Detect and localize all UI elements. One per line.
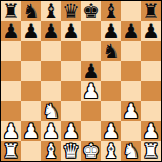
- square-h7[interactable]: ♟: [141, 21, 161, 41]
- square-a3[interactable]: [1, 101, 21, 121]
- square-d8[interactable]: ♛: [61, 1, 81, 21]
- square-d7[interactable]: ♟: [61, 21, 81, 41]
- black-pawn-icon[interactable]: ♟: [22, 21, 40, 41]
- black-pawn-icon[interactable]: ♟: [62, 21, 80, 41]
- square-a8[interactable]: ♜: [1, 1, 21, 21]
- square-a6[interactable]: [1, 41, 21, 61]
- square-c1[interactable]: ♝: [41, 141, 61, 161]
- black-pawn-icon[interactable]: ♟: [2, 21, 20, 41]
- white-queen-icon[interactable]: ♛: [62, 141, 80, 161]
- square-e4[interactable]: ♟: [81, 81, 101, 101]
- white-king-icon[interactable]: ♚: [82, 141, 100, 161]
- square-h3[interactable]: [141, 101, 161, 121]
- black-rook-icon[interactable]: ♜: [142, 1, 160, 21]
- square-d1[interactable]: ♛: [61, 141, 81, 161]
- square-h4[interactable]: [141, 81, 161, 101]
- square-b6[interactable]: [21, 41, 41, 61]
- white-pawn-icon[interactable]: ♟: [82, 81, 100, 101]
- square-g3[interactable]: ♟: [121, 101, 141, 121]
- square-a1[interactable]: ♜: [1, 141, 21, 161]
- black-pawn-icon[interactable]: ♟: [122, 21, 140, 41]
- white-bishop-icon[interactable]: ♝: [102, 141, 120, 161]
- square-d6[interactable]: [61, 41, 81, 61]
- square-e1[interactable]: ♚: [81, 141, 101, 161]
- square-c2[interactable]: ♟: [41, 121, 61, 141]
- black-bishop-icon[interactable]: ♝: [42, 1, 60, 21]
- square-c8[interactable]: ♝: [41, 1, 61, 21]
- square-e5[interactable]: ♟: [81, 61, 101, 81]
- square-h6[interactable]: [141, 41, 161, 61]
- square-d2[interactable]: ♟: [61, 121, 81, 141]
- black-queen-icon[interactable]: ♛: [62, 1, 80, 21]
- square-a7[interactable]: ♟: [1, 21, 21, 41]
- square-d5[interactable]: [61, 61, 81, 81]
- square-b8[interactable]: ♞: [21, 1, 41, 21]
- black-pawn-icon[interactable]: ♟: [42, 21, 60, 41]
- white-pawn-icon[interactable]: ♟: [42, 121, 60, 141]
- white-pawn-icon[interactable]: ♟: [62, 121, 80, 141]
- square-a4[interactable]: [1, 81, 21, 101]
- square-a5[interactable]: [1, 61, 21, 81]
- black-king-icon[interactable]: ♚: [82, 1, 100, 21]
- square-a2[interactable]: ♟: [1, 121, 21, 141]
- square-f7[interactable]: ♟: [101, 21, 121, 41]
- black-knight-icon[interactable]: ♞: [102, 41, 120, 61]
- square-f1[interactable]: ♝: [101, 141, 121, 161]
- square-h1[interactable]: ♜: [141, 141, 161, 161]
- white-pawn-icon[interactable]: ♟: [22, 121, 40, 141]
- square-f6[interactable]: ♞: [101, 41, 121, 61]
- square-f2[interactable]: ♟: [101, 121, 121, 141]
- white-knight-icon[interactable]: ♞: [122, 141, 140, 161]
- square-c3[interactable]: ♞: [41, 101, 61, 121]
- square-c6[interactable]: [41, 41, 61, 61]
- square-e8[interactable]: ♚: [81, 1, 101, 21]
- square-b3[interactable]: [21, 101, 41, 121]
- square-f4[interactable]: [101, 81, 121, 101]
- square-e6[interactable]: [81, 41, 101, 61]
- square-g8[interactable]: [121, 1, 141, 21]
- square-g7[interactable]: ♟: [121, 21, 141, 41]
- square-g2[interactable]: [121, 121, 141, 141]
- white-pawn-icon[interactable]: ♟: [2, 121, 20, 141]
- black-pawn-icon[interactable]: ♟: [102, 21, 120, 41]
- black-pawn-icon[interactable]: ♟: [142, 21, 160, 41]
- square-b2[interactable]: ♟: [21, 121, 41, 141]
- black-pawn-icon[interactable]: ♟: [82, 61, 100, 81]
- square-g6[interactable]: [121, 41, 141, 61]
- square-b5[interactable]: [21, 61, 41, 81]
- chess-board-container: ♜♞♝♛♚♝♜♟♟♟♟♟♟♟♞♟♟♞♟♟♟♟♟♟♟♜♝♛♚♝♞♜: [0, 0, 162, 162]
- square-b4[interactable]: [21, 81, 41, 101]
- square-g4[interactable]: [121, 81, 141, 101]
- square-c7[interactable]: ♟: [41, 21, 61, 41]
- square-c4[interactable]: [41, 81, 61, 101]
- square-h8[interactable]: ♜: [141, 1, 161, 21]
- black-knight-icon[interactable]: ♞: [22, 1, 40, 21]
- square-g1[interactable]: ♞: [121, 141, 141, 161]
- square-f3[interactable]: [101, 101, 121, 121]
- white-rook-icon[interactable]: ♜: [2, 141, 20, 161]
- square-b7[interactable]: ♟: [21, 21, 41, 41]
- black-rook-icon[interactable]: ♜: [2, 1, 20, 21]
- white-pawn-icon[interactable]: ♟: [122, 101, 140, 121]
- white-knight-icon[interactable]: ♞: [42, 101, 60, 121]
- white-pawn-icon[interactable]: ♟: [142, 121, 160, 141]
- square-g5[interactable]: [121, 61, 141, 81]
- square-b1[interactable]: [21, 141, 41, 161]
- square-e2[interactable]: [81, 121, 101, 141]
- square-h5[interactable]: [141, 61, 161, 81]
- square-f5[interactable]: [101, 61, 121, 81]
- square-e3[interactable]: [81, 101, 101, 121]
- white-bishop-icon[interactable]: ♝: [42, 141, 60, 161]
- white-rook-icon[interactable]: ♜: [142, 141, 160, 161]
- white-pawn-icon[interactable]: ♟: [102, 121, 120, 141]
- square-c5[interactable]: [41, 61, 61, 81]
- square-d3[interactable]: [61, 101, 81, 121]
- chess-board: ♜♞♝♛♚♝♜♟♟♟♟♟♟♟♞♟♟♞♟♟♟♟♟♟♟♜♝♛♚♝♞♜: [0, 0, 162, 162]
- black-bishop-icon[interactable]: ♝: [102, 1, 120, 21]
- square-d4[interactable]: [61, 81, 81, 101]
- square-h2[interactable]: ♟: [141, 121, 161, 141]
- square-f8[interactable]: ♝: [101, 1, 121, 21]
- square-e7[interactable]: [81, 21, 101, 41]
